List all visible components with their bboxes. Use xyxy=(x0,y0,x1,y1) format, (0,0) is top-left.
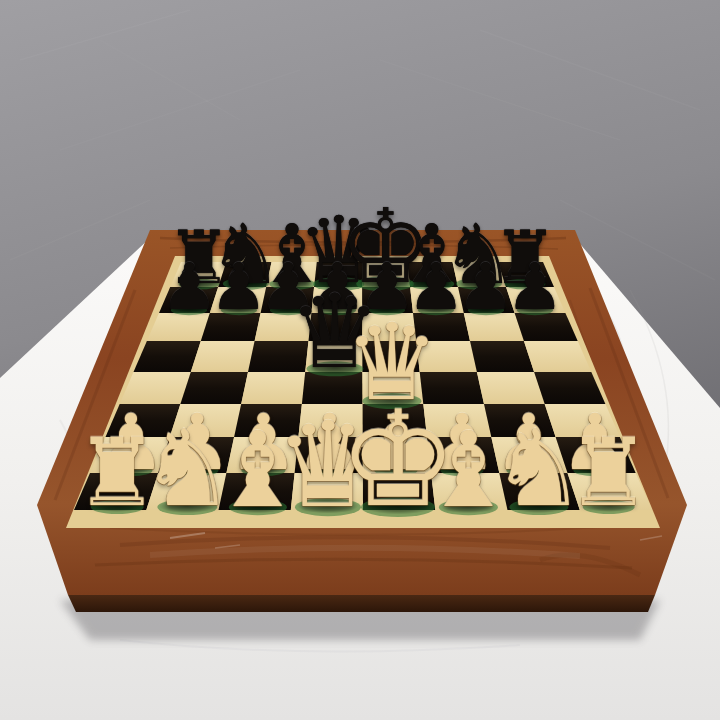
product-photo-scene: ♜♞♝♛♚♝♞♜♟♟♟♟♟♟♟♟♛♛♟♟♟♟♟♟♟♟♜♞♝♛♚♝♞♜ xyxy=(0,0,720,720)
piece-white-rook-h1[interactable]: ♜ xyxy=(567,426,651,520)
square-g5[interactable] xyxy=(470,341,534,372)
board-front-face xyxy=(68,595,655,612)
piece-black-pawn-h7[interactable]: ♟ xyxy=(506,255,564,319)
square-b5[interactable] xyxy=(191,341,255,372)
